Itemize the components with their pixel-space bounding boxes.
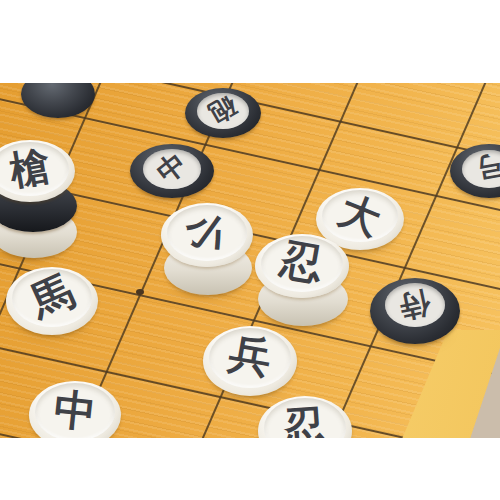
star-point: [136, 289, 144, 295]
piece-kanji: 槍: [7, 145, 53, 191]
stone: 小: [161, 203, 253, 267]
gungi-board[interactable]: 砲 弓 中 槍: [0, 83, 500, 438]
piece-kanji: 弓: [473, 152, 500, 183]
screenshot: 砲 弓 中 槍: [0, 0, 500, 500]
stone: 中: [29, 381, 121, 438]
piece-kanji: 忍: [283, 405, 328, 438]
stone: 侍: [370, 278, 460, 344]
piece-kanji: 忍: [278, 238, 327, 287]
stone: 忍: [255, 234, 349, 298]
piece-kanji: 中: [52, 388, 98, 434]
piece-kanji: 兵: [226, 332, 275, 381]
stone: 兵: [203, 326, 297, 396]
piece-kanji: 侍: [397, 287, 433, 323]
stone: 馬: [6, 267, 98, 335]
stone: 中: [130, 144, 214, 198]
stone: 砲: [185, 88, 261, 138]
